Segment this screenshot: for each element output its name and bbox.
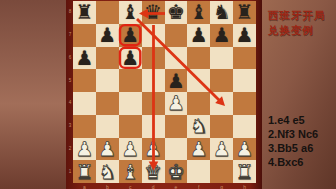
- square-h6[interactable]: [233, 47, 256, 70]
- square-d8[interactable]: ♛: [142, 1, 165, 24]
- square-c6[interactable]: ♟: [119, 47, 142, 70]
- white-pawn[interactable]: ♟: [75, 139, 93, 159]
- square-e7[interactable]: [165, 24, 188, 47]
- square-c8[interactable]: ♝: [119, 1, 142, 24]
- square-f4[interactable]: [187, 92, 210, 115]
- square-a8[interactable]: ♜: [73, 1, 96, 24]
- black-knight[interactable]: ♞: [213, 2, 231, 22]
- square-a4[interactable]: [73, 92, 96, 115]
- white-queen[interactable]: ♛: [144, 162, 162, 182]
- white-knight[interactable]: ♞: [98, 162, 116, 182]
- square-d7[interactable]: [142, 24, 165, 47]
- square-b2[interactable]: ♟: [96, 138, 119, 161]
- white-knight[interactable]: ♞: [190, 116, 208, 136]
- square-c4[interactable]: [119, 92, 142, 115]
- square-f8[interactable]: ♝: [187, 1, 210, 24]
- move-2: 2.Nf3 Nc6: [268, 127, 318, 141]
- square-d1[interactable]: ♛: [142, 160, 165, 183]
- move-1: 1.e4 e5: [268, 113, 318, 127]
- square-e2[interactable]: [165, 138, 188, 161]
- square-c3[interactable]: [119, 115, 142, 138]
- square-e6[interactable]: [165, 47, 188, 70]
- move-3: 3.Bb5 a6: [268, 141, 318, 155]
- square-a2[interactable]: ♟: [73, 138, 96, 161]
- black-pawn[interactable]: ♟: [213, 25, 231, 45]
- white-pawn[interactable]: ♟: [121, 139, 139, 159]
- square-f2[interactable]: ♟: [187, 138, 210, 161]
- white-rook[interactable]: ♜: [75, 162, 93, 182]
- square-f7[interactable]: ♟: [187, 24, 210, 47]
- square-c2[interactable]: ♟: [119, 138, 142, 161]
- square-g3[interactable]: [210, 115, 233, 138]
- black-pawn[interactable]: ♟: [167, 71, 185, 91]
- square-g8[interactable]: ♞: [210, 1, 233, 24]
- square-c7[interactable]: ♟: [119, 24, 142, 47]
- square-b7[interactable]: ♟: [96, 24, 119, 47]
- square-d4[interactable]: [142, 92, 165, 115]
- white-pawn[interactable]: ♟: [190, 139, 208, 159]
- white-pawn[interactable]: ♟: [167, 93, 185, 113]
- square-h3[interactable]: [233, 115, 256, 138]
- square-e4[interactable]: ♟: [165, 92, 188, 115]
- square-c1[interactable]: ♝: [119, 160, 142, 183]
- square-b4[interactable]: [96, 92, 119, 115]
- black-king[interactable]: ♚: [167, 2, 185, 22]
- black-bishop[interactable]: ♝: [121, 2, 139, 22]
- square-e8[interactable]: ♚: [165, 1, 188, 24]
- square-h2[interactable]: ♟: [233, 138, 256, 161]
- square-g1[interactable]: [210, 160, 233, 183]
- black-bishop[interactable]: ♝: [190, 2, 208, 22]
- square-h7[interactable]: ♟: [233, 24, 256, 47]
- square-g5[interactable]: [210, 69, 233, 92]
- square-a6[interactable]: ♟: [73, 47, 96, 70]
- white-pawn[interactable]: ♟: [144, 139, 162, 159]
- video-frame: ♜♝♛♚♝♞♜♟♟♟♟♟♟♟♟♟♞♟♟♟♟♟♟♟♜♞♝♛♚♜ 西班牙开局 兑换变…: [0, 0, 336, 189]
- square-d6[interactable]: [142, 47, 165, 70]
- square-e3[interactable]: [165, 115, 188, 138]
- variation-name: 兑换变例: [268, 23, 326, 38]
- black-pawn[interactable]: ♟: [190, 25, 208, 45]
- info-panel: 西班牙开局 兑换变例 1.e4 e5 2.Nf3 Nc6 3.Bb5 a6 4.…: [262, 0, 336, 189]
- square-b3[interactable]: [96, 115, 119, 138]
- square-g4[interactable]: [210, 92, 233, 115]
- black-pawn[interactable]: ♟: [98, 25, 116, 45]
- opening-title: 西班牙开局 兑换变例: [268, 8, 326, 38]
- move-list: 1.e4 e5 2.Nf3 Nc6 3.Bb5 a6 4.Bxc6: [268, 113, 318, 169]
- square-f6[interactable]: [187, 47, 210, 70]
- square-h8[interactable]: ♜: [233, 1, 256, 24]
- black-pawn[interactable]: ♟: [236, 25, 254, 45]
- white-pawn[interactable]: ♟: [213, 139, 231, 159]
- black-rook[interactable]: ♜: [75, 2, 93, 22]
- white-pawn[interactable]: ♟: [236, 139, 254, 159]
- square-f3[interactable]: ♞: [187, 115, 210, 138]
- square-b5[interactable]: [96, 69, 119, 92]
- black-pawn[interactable]: ♟: [121, 48, 139, 68]
- square-a3[interactable]: [73, 115, 96, 138]
- square-g7[interactable]: ♟: [210, 24, 233, 47]
- white-bishop[interactable]: ♝: [121, 162, 139, 182]
- square-h5[interactable]: [233, 69, 256, 92]
- square-b8[interactable]: [96, 1, 119, 24]
- black-queen[interactable]: ♛: [144, 2, 162, 22]
- square-a5[interactable]: [73, 69, 96, 92]
- white-king[interactable]: ♚: [167, 162, 185, 182]
- square-e1[interactable]: ♚: [165, 160, 188, 183]
- square-g2[interactable]: ♟: [210, 138, 233, 161]
- square-d3[interactable]: [142, 115, 165, 138]
- square-g6[interactable]: [210, 47, 233, 70]
- white-rook[interactable]: ♜: [236, 162, 254, 182]
- square-a1[interactable]: ♜: [73, 160, 96, 183]
- square-c5[interactable]: [119, 69, 142, 92]
- square-a7[interactable]: [73, 24, 96, 47]
- black-rook[interactable]: ♜: [236, 2, 254, 22]
- black-pawn[interactable]: ♟: [121, 25, 139, 45]
- opening-name: 西班牙开局: [268, 8, 326, 23]
- black-pawn[interactable]: ♟: [75, 48, 93, 68]
- square-h4[interactable]: [233, 92, 256, 115]
- white-pawn[interactable]: ♟: [98, 139, 116, 159]
- square-d5[interactable]: [142, 69, 165, 92]
- square-b6[interactable]: [96, 47, 119, 70]
- square-f1[interactable]: [187, 160, 210, 183]
- move-4: 4.Bxc6: [268, 155, 318, 169]
- board: ♜♝♛♚♝♞♜♟♟♟♟♟♟♟♟♟♞♟♟♟♟♟♟♟♜♞♝♛♚♜: [73, 1, 256, 183]
- square-e5[interactable]: ♟: [165, 69, 188, 92]
- square-h1[interactable]: ♜: [233, 160, 256, 183]
- square-f5[interactable]: [187, 69, 210, 92]
- square-d2[interactable]: ♟: [142, 138, 165, 161]
- square-b1[interactable]: ♞: [96, 160, 119, 183]
